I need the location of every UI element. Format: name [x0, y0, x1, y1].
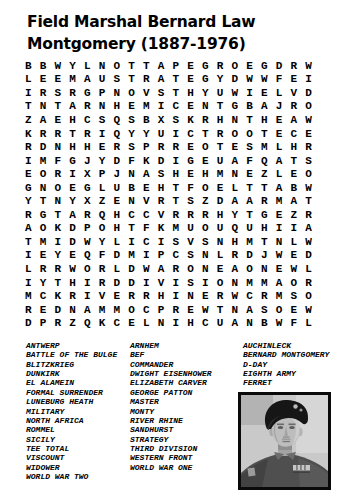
- grid-cell: X: [80, 194, 95, 208]
- word-list-item: COMMANDER: [130, 360, 212, 369]
- grid-cell: H: [198, 167, 213, 181]
- grid-cell: R: [95, 276, 110, 290]
- grid-cell: R: [36, 86, 51, 100]
- grid-cell: E: [36, 73, 51, 87]
- grid-cell: Y: [124, 127, 139, 141]
- grid-cell: I: [65, 167, 80, 181]
- grid-cell: S: [183, 194, 198, 208]
- grid-cell: R: [257, 289, 272, 303]
- grid-cell: A: [272, 276, 287, 290]
- grid-cell: S: [154, 167, 169, 181]
- grid-cell: A: [154, 59, 169, 73]
- grid-cell: G: [257, 208, 272, 222]
- grid-cell: D: [213, 194, 228, 208]
- grid-cell: O: [272, 303, 287, 317]
- grid-cell: T: [139, 59, 154, 73]
- grid-cell: O: [51, 181, 66, 195]
- grid-cell: D: [110, 154, 125, 168]
- grid-cell: L: [272, 167, 287, 181]
- grid-cell: S: [169, 235, 184, 249]
- grid-cell: D: [272, 59, 287, 73]
- grid-cell: N: [198, 262, 213, 276]
- grid-cell: A: [139, 167, 154, 181]
- word-list-item: STRATEGY: [130, 435, 212, 444]
- grid-cell: W: [301, 235, 316, 249]
- grid-cell: T: [287, 154, 302, 168]
- grid-cell: M: [95, 303, 110, 317]
- grid-cell: E: [213, 181, 228, 195]
- grid-cell: L: [287, 235, 302, 249]
- grid-cell: R: [228, 249, 243, 263]
- grid-cell: E: [272, 262, 287, 276]
- grid-cell: E: [183, 303, 198, 317]
- grid-cell: Y: [198, 86, 213, 100]
- grid-cell: W: [301, 303, 316, 317]
- grid-cell: S: [242, 140, 257, 154]
- grid-cell: E: [110, 194, 125, 208]
- grid-cell: A: [80, 303, 95, 317]
- grid-cell: N: [213, 235, 228, 249]
- word-list-col-1: ANTWERPBATTLE OF THE BULGEBLITZKRIEGDUNK…: [26, 341, 117, 481]
- grid-cell: E: [36, 249, 51, 263]
- grid-cell: Y: [51, 249, 66, 263]
- grid-cell: W: [242, 73, 257, 87]
- grid-cell: Y: [65, 59, 80, 73]
- grid-cell: E: [95, 140, 110, 154]
- grid-cell: M: [242, 235, 257, 249]
- grid-cell: I: [80, 289, 95, 303]
- grid-cell: A: [272, 181, 287, 195]
- grid-cell: N: [154, 316, 169, 330]
- grid-cell: W: [257, 73, 272, 87]
- grid-cell: F: [95, 249, 110, 263]
- grid-cell: D: [36, 140, 51, 154]
- grid-cell: E: [183, 59, 198, 73]
- grid-cell: I: [287, 222, 302, 236]
- grid-cell: O: [36, 222, 51, 236]
- grid-cell: T: [21, 100, 36, 114]
- grid-cell: H: [228, 235, 243, 249]
- grid-cell: E: [287, 167, 302, 181]
- grid-cell: V: [154, 276, 169, 290]
- grid-cell: O: [301, 289, 316, 303]
- grid-cell: N: [51, 194, 66, 208]
- page-title-line2: Montgomery (1887-1976): [27, 34, 255, 56]
- grid-cell: W: [139, 262, 154, 276]
- grid-cell: P: [169, 59, 184, 73]
- grid-cell: A: [154, 262, 169, 276]
- grid-cell: Y: [95, 235, 110, 249]
- grid-cell: S: [169, 113, 184, 127]
- grid-cell: B: [139, 113, 154, 127]
- word-list-item: RIVER RHINE: [130, 416, 212, 425]
- grid-cell: S: [287, 289, 302, 303]
- grid-cell: T: [124, 73, 139, 87]
- grid-cell: Q: [110, 113, 125, 127]
- grid-cell: D: [110, 249, 125, 263]
- word-list-item: MONTY: [130, 407, 212, 416]
- grid-cell: F: [242, 154, 257, 168]
- grid-cell: D: [301, 86, 316, 100]
- grid-cell: Q: [95, 208, 110, 222]
- grid-cell: R: [169, 140, 184, 154]
- grid-cell: R: [169, 262, 184, 276]
- grid-cell: I: [21, 86, 36, 100]
- word-list-item: SANDHURST: [130, 425, 212, 434]
- grid-cell: N: [95, 100, 110, 114]
- word-list-item: D-DAY: [243, 360, 329, 369]
- grid-cell: R: [51, 262, 66, 276]
- grid-cell: T: [213, 140, 228, 154]
- grid-cell: G: [80, 86, 95, 100]
- grid-cell: N: [110, 86, 125, 100]
- grid-cell: R: [301, 140, 316, 154]
- grid-cell: H: [154, 181, 169, 195]
- grid-cell: T: [169, 181, 184, 195]
- grid-cell: H: [154, 289, 169, 303]
- grid-cell: H: [213, 208, 228, 222]
- grid-cell: T: [301, 194, 316, 208]
- grid-cell: U: [154, 127, 169, 141]
- grid-cell: D: [124, 276, 139, 290]
- grid-cell: Q: [80, 316, 95, 330]
- grid-cell: B: [36, 59, 51, 73]
- grid-cell: W: [198, 303, 213, 317]
- grid-cell: O: [110, 59, 125, 73]
- grid-cell: T: [124, 222, 139, 236]
- grid-cell: F: [287, 316, 302, 330]
- grid-cell: M: [65, 73, 80, 87]
- grid-cell: M: [257, 140, 272, 154]
- grid-cell: O: [287, 276, 302, 290]
- grid-cell: J: [110, 167, 125, 181]
- grid-cell: R: [36, 262, 51, 276]
- grid-cell: O: [198, 222, 213, 236]
- grid-cell: S: [198, 235, 213, 249]
- grid-cell: H: [287, 140, 302, 154]
- grid-cell: Z: [257, 167, 272, 181]
- grid-cell: R: [110, 140, 125, 154]
- grid-cell: L: [301, 316, 316, 330]
- grid-cell: D: [228, 73, 243, 87]
- grid-cell: P: [154, 303, 169, 317]
- grid-cell: Y: [21, 194, 36, 208]
- grid-cell: O: [198, 181, 213, 195]
- grid-cell: Y: [95, 154, 110, 168]
- grid-cell: T: [257, 235, 272, 249]
- grid-cell: G: [183, 154, 198, 168]
- grid-cell: E: [110, 289, 125, 303]
- grid-cell: H: [169, 167, 184, 181]
- grid-cell: W: [301, 113, 316, 127]
- grid-cell: T: [198, 127, 213, 141]
- grid-cell: R: [51, 316, 66, 330]
- grid-cell: P: [80, 222, 95, 236]
- grid-cell: R: [51, 167, 66, 181]
- grid-cell: O: [124, 303, 139, 317]
- grid-cell: E: [183, 73, 198, 87]
- grid-cell: U: [242, 222, 257, 236]
- grid-cell: E: [301, 127, 316, 141]
- grid-cell: O: [301, 167, 316, 181]
- grid-cell: Y: [213, 73, 228, 87]
- grid-cell: T: [257, 127, 272, 141]
- grid-cell: L: [301, 262, 316, 276]
- grid-cell: U: [213, 86, 228, 100]
- grid-cell: V: [154, 208, 169, 222]
- grid-cell: C: [110, 316, 125, 330]
- word-list-item: FORMAL SURRENDER: [26, 388, 117, 397]
- grid-cell: A: [36, 113, 51, 127]
- grid-cell: H: [80, 140, 95, 154]
- montgomery-portrait-illustration: [238, 392, 331, 490]
- grid-cell: C: [80, 113, 95, 127]
- grid-cell: A: [287, 194, 302, 208]
- grid-cell: O: [228, 59, 243, 73]
- page-title: Field Marshal Bernard Law Montgomery (18…: [27, 12, 255, 55]
- grid-cell: M: [36, 235, 51, 249]
- grid-cell: U: [183, 222, 198, 236]
- grid-cell: E: [213, 262, 228, 276]
- grid-cell: Z: [21, 113, 36, 127]
- grid-cell: R: [169, 208, 184, 222]
- grid-cell: M: [257, 276, 272, 290]
- grid-cell: D: [301, 249, 316, 263]
- grid-cell: N: [257, 262, 272, 276]
- grid-cell: T: [21, 235, 36, 249]
- grid-cell: I: [169, 316, 184, 330]
- grid-cell: R: [287, 100, 302, 114]
- grid-cell: R: [139, 289, 154, 303]
- grid-cell: I: [139, 249, 154, 263]
- grid-cell: M: [139, 100, 154, 114]
- grid-cell: C: [183, 127, 198, 141]
- grid-cell: U: [110, 181, 125, 195]
- grid-cell: U: [95, 73, 110, 87]
- grid-cell: R: [36, 127, 51, 141]
- grid-cell: Z: [198, 194, 213, 208]
- grid-cell: R: [80, 208, 95, 222]
- word-list-item: MASTER: [130, 397, 212, 406]
- grid-cell: A: [301, 222, 316, 236]
- grid-cell: V: [287, 86, 302, 100]
- grid-cell: E: [36, 303, 51, 317]
- grid-cell: E: [124, 316, 139, 330]
- grid-cell: R: [65, 289, 80, 303]
- grid-cell: N: [242, 316, 257, 330]
- word-list-item: ROMMEL: [26, 425, 117, 434]
- word-list-item: ARNHEM: [130, 341, 212, 350]
- grid-cell: Z: [95, 194, 110, 208]
- grid-cell: N: [272, 235, 287, 249]
- grid-cell: W: [228, 86, 243, 100]
- grid-cell: C: [139, 235, 154, 249]
- grid-cell: I: [154, 100, 169, 114]
- grid-cell: R: [301, 276, 316, 290]
- grid-cell: I: [301, 73, 316, 87]
- grid-cell: K: [51, 289, 66, 303]
- grid-cell: M: [110, 303, 125, 317]
- grid-cell: O: [242, 127, 257, 141]
- grid-cell: R: [198, 113, 213, 127]
- word-list-item: WORLD WAR TWO: [26, 472, 117, 481]
- grid-cell: A: [228, 262, 243, 276]
- grid-cell: A: [154, 73, 169, 87]
- grid-cell: J: [272, 100, 287, 114]
- grid-cell: L: [228, 181, 243, 195]
- word-list-item: EIGHTH ARMY: [243, 369, 329, 378]
- grid-cell: G: [257, 59, 272, 73]
- grid-cell: R: [21, 140, 36, 154]
- grid-cell: N: [95, 59, 110, 73]
- grid-cell: O: [183, 262, 198, 276]
- grid-cell: W: [228, 289, 243, 303]
- grid-cell: T: [51, 208, 66, 222]
- grid-cell: D: [154, 154, 169, 168]
- grid-cell: E: [198, 154, 213, 168]
- grid-cell: D: [124, 262, 139, 276]
- grid-cell: G: [65, 154, 80, 168]
- grid-cell: W: [51, 59, 66, 73]
- grid-cell: J: [80, 154, 95, 168]
- grid-cell: H: [257, 222, 272, 236]
- grid-cell: E: [242, 59, 257, 73]
- montgomery-photo: [238, 392, 331, 490]
- grid-cell: O: [80, 262, 95, 276]
- grid-cell: S: [154, 86, 169, 100]
- grid-cell: I: [139, 276, 154, 290]
- grid-cell: P: [36, 316, 51, 330]
- page-title-line1: Field Marshal Bernard Law: [27, 12, 255, 34]
- grid-cell: R: [124, 289, 139, 303]
- grid-cell: I: [124, 235, 139, 249]
- word-list-item: LUNEBURG HEATH: [26, 397, 117, 406]
- grid-cell: L: [272, 140, 287, 154]
- grid-cell: E: [124, 100, 139, 114]
- grid-cell: R: [301, 208, 316, 222]
- grid-cell: P: [95, 167, 110, 181]
- grid-cell: W: [301, 59, 316, 73]
- word-list-item: VISCOUNT: [26, 453, 117, 462]
- grid-cell: N: [124, 167, 139, 181]
- grid-cell: N: [36, 100, 51, 114]
- word-list-item: SICILY: [26, 435, 117, 444]
- word-search-grid: BBWYLNOTTAPEGROEGDRWLEEMAUSTRATEGYDWWFEI…: [21, 59, 316, 330]
- word-list-item: ANTWERP: [26, 341, 117, 350]
- grid-cell: L: [110, 262, 125, 276]
- grid-cell: L: [95, 181, 110, 195]
- grid-cell: I: [169, 276, 184, 290]
- grid-cell: I: [169, 289, 184, 303]
- grid-cell: O: [36, 167, 51, 181]
- word-list-item: AUCHINLECK: [243, 341, 329, 350]
- grid-cell: T: [169, 86, 184, 100]
- worksheet-page: { "game": "word-search", "title": { "lin…: [0, 0, 353, 500]
- grid-cell: A: [242, 303, 257, 317]
- grid-cell: C: [36, 289, 51, 303]
- grid-cell: T: [257, 181, 272, 195]
- grid-cell: E: [51, 113, 66, 127]
- grid-cell: E: [183, 167, 198, 181]
- grid-cell: K: [139, 154, 154, 168]
- grid-cell: C: [139, 208, 154, 222]
- grid-cell: A: [65, 100, 80, 114]
- grid-cell: H: [65, 113, 80, 127]
- grid-cell: I: [198, 276, 213, 290]
- grid-cell: T: [242, 113, 257, 127]
- grid-cell: H: [65, 140, 80, 154]
- grid-cell: I: [272, 222, 287, 236]
- grid-cell: E: [65, 181, 80, 195]
- grid-cell: A: [228, 154, 243, 168]
- word-list-item: MILITARY: [26, 407, 117, 416]
- grid-cell: D: [21, 316, 36, 330]
- grid-cell: R: [213, 127, 228, 141]
- grid-cell: R: [213, 289, 228, 303]
- grid-cell: Y: [65, 194, 80, 208]
- word-list-item: DUNKIRK: [26, 369, 117, 378]
- grid-cell: S: [301, 154, 316, 168]
- grid-cell: F: [51, 154, 66, 168]
- grid-cell: H: [110, 100, 125, 114]
- grid-cell: T: [51, 100, 66, 114]
- word-list-item: BERNARD MONTGOMERY: [243, 350, 329, 359]
- word-list-col-2: ARNHEMBEFCOMMANDERDWIGHT EISENHOWERELIZA…: [130, 341, 212, 472]
- grid-cell: W: [287, 262, 302, 276]
- grid-cell: I: [21, 276, 36, 290]
- grid-cell: T: [36, 194, 51, 208]
- grid-cell: W: [80, 235, 95, 249]
- grid-cell: B: [257, 316, 272, 330]
- grid-cell: U: [213, 222, 228, 236]
- grid-cell: A: [287, 113, 302, 127]
- grid-cell: I: [154, 235, 169, 249]
- grid-cell: M: [242, 276, 257, 290]
- grid-cell: R: [21, 303, 36, 317]
- grid-cell: T: [169, 194, 184, 208]
- grid-cell: A: [21, 222, 36, 236]
- grid-cell: E: [242, 167, 257, 181]
- grid-cell: M: [21, 289, 36, 303]
- grid-cell: G: [228, 100, 243, 114]
- grid-cell: K: [51, 222, 66, 236]
- grid-cell: Y: [36, 276, 51, 290]
- grid-cell: L: [110, 235, 125, 249]
- grid-cell: I: [21, 249, 36, 263]
- grid-cell: Q: [80, 249, 95, 263]
- grid-cell: W: [301, 181, 316, 195]
- grid-cell: M: [169, 222, 184, 236]
- grid-cell: B: [287, 181, 302, 195]
- grid-cell: V: [183, 235, 198, 249]
- grid-cell: E: [183, 100, 198, 114]
- grid-cell: C: [287, 127, 302, 141]
- word-list-item: GEORGE PATTON: [130, 388, 212, 397]
- grid-cell: R: [169, 303, 184, 317]
- grid-cell: K: [21, 127, 36, 141]
- grid-cell: T: [51, 276, 66, 290]
- grid-cell: F: [124, 154, 139, 168]
- grid-cell: X: [80, 167, 95, 181]
- grid-cell: K: [95, 316, 110, 330]
- grid-cell: S: [95, 113, 110, 127]
- grid-cell: I: [51, 235, 66, 249]
- grid-cell: N: [228, 113, 243, 127]
- grid-cell: R: [154, 140, 169, 154]
- grid-cell: H: [110, 208, 125, 222]
- grid-cell: A: [80, 73, 95, 87]
- grid-cell: T: [213, 100, 228, 114]
